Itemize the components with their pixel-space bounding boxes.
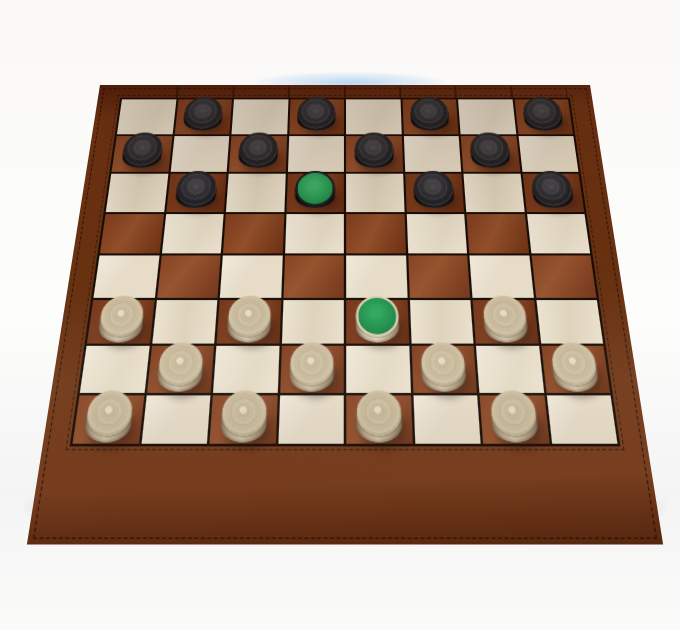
square-r6c5[interactable]: [346, 300, 409, 344]
black-piece[interactable]: [410, 97, 450, 134]
square-r5c3: [220, 255, 282, 297]
square-r5c2[interactable]: [157, 255, 221, 297]
square-r1c8[interactable]: [514, 99, 573, 133]
piece-top: [290, 342, 334, 385]
square-r6c1[interactable]: [87, 300, 154, 344]
black-piece[interactable]: [238, 133, 279, 171]
checkers-board: [27, 85, 663, 545]
square-r7c3: [213, 346, 279, 392]
square-r1c6[interactable]: [402, 99, 458, 133]
scene: [0, 0, 680, 630]
board-grid: [70, 98, 621, 447]
square-r5c1: [94, 255, 159, 297]
black-piece-green-top[interactable]: [295, 171, 335, 211]
square-r6c8: [536, 300, 603, 344]
square-r3c1: [106, 174, 168, 212]
white-piece[interactable]: [97, 296, 146, 343]
square-r6c7[interactable]: [473, 300, 539, 344]
black-piece[interactable]: [469, 133, 511, 171]
square-r5c6[interactable]: [408, 255, 470, 297]
square-r7c8[interactable]: [541, 346, 610, 392]
piece-top: [295, 171, 335, 206]
square-r5c8[interactable]: [531, 255, 596, 297]
square-r2c6: [403, 136, 461, 172]
square-r3c6[interactable]: [405, 174, 464, 212]
white-piece[interactable]: [489, 391, 539, 443]
square-r2c2: [170, 136, 229, 172]
square-r3c3: [226, 174, 285, 212]
square-r1c2[interactable]: [174, 99, 232, 133]
square-r7c7: [476, 346, 544, 392]
square-r5c5: [346, 255, 407, 297]
square-r2c8: [518, 136, 578, 172]
square-r4c3[interactable]: [223, 214, 284, 254]
white-piece[interactable]: [83, 391, 135, 443]
square-r5c7: [469, 255, 533, 297]
square-r7c4[interactable]: [280, 346, 344, 392]
white-piece[interactable]: [156, 342, 204, 391]
square-r3c2[interactable]: [166, 174, 227, 212]
square-r4c5[interactable]: [346, 214, 405, 254]
square-r8c3[interactable]: [209, 395, 277, 444]
square-r7c5: [346, 346, 410, 392]
white-piece[interactable]: [356, 391, 402, 443]
white-piece[interactable]: [290, 342, 335, 391]
black-piece[interactable]: [413, 171, 455, 211]
black-piece[interactable]: [120, 133, 163, 171]
square-r8c4: [278, 395, 344, 444]
square-r8c1[interactable]: [73, 395, 144, 444]
square-r1c1: [117, 99, 176, 133]
square-r2c5[interactable]: [346, 136, 403, 172]
square-r4c2: [161, 214, 223, 254]
square-r6c6: [409, 300, 473, 344]
square-r8c6: [413, 395, 481, 444]
square-r6c4: [281, 300, 344, 344]
square-r2c3[interactable]: [229, 136, 287, 172]
black-piece[interactable]: [522, 97, 564, 134]
piece-top: [297, 97, 335, 129]
square-r4c1[interactable]: [100, 214, 164, 254]
square-r7c1: [80, 346, 149, 392]
square-r8c8: [546, 395, 617, 444]
square-r6c2: [152, 300, 218, 344]
white-piece[interactable]: [421, 342, 467, 391]
square-r2c1[interactable]: [112, 136, 172, 172]
white-piece[interactable]: [226, 296, 271, 343]
square-r2c4: [287, 136, 344, 172]
black-piece[interactable]: [355, 133, 394, 171]
black-piece[interactable]: [531, 171, 576, 211]
square-r1c7: [458, 99, 516, 133]
square-r5c4[interactable]: [283, 255, 344, 297]
square-r3c7: [463, 174, 524, 212]
white-piece[interactable]: [550, 342, 600, 391]
square-r1c5: [346, 99, 401, 133]
piece-top: [413, 171, 454, 206]
white-piece-green-top[interactable]: [356, 296, 399, 343]
black-piece[interactable]: [183, 97, 224, 134]
square-r4c4: [285, 214, 344, 254]
square-r7c2[interactable]: [146, 346, 214, 392]
black-piece[interactable]: [175, 171, 218, 211]
square-r3c5: [346, 174, 404, 212]
black-piece[interactable]: [297, 97, 335, 134]
square-r1c3: [232, 99, 288, 133]
square-r8c7[interactable]: [480, 395, 550, 444]
square-r7c6[interactable]: [411, 346, 477, 392]
white-piece[interactable]: [220, 391, 268, 443]
square-r3c8[interactable]: [522, 174, 584, 212]
square-r4c6: [406, 214, 467, 254]
square-r8c5[interactable]: [346, 395, 412, 444]
square-r3c4[interactable]: [286, 174, 344, 212]
piece-top: [356, 391, 402, 437]
square-r2c7[interactable]: [461, 136, 520, 172]
square-r8c2: [141, 395, 211, 444]
square-r4c7[interactable]: [466, 214, 528, 254]
square-r1c4[interactable]: [289, 99, 344, 133]
square-r4c8: [526, 214, 590, 254]
piece-top: [356, 296, 399, 337]
square-r6c3[interactable]: [217, 300, 281, 344]
piece-top: [410, 97, 449, 129]
white-piece[interactable]: [482, 296, 529, 343]
piece-top: [355, 133, 394, 167]
